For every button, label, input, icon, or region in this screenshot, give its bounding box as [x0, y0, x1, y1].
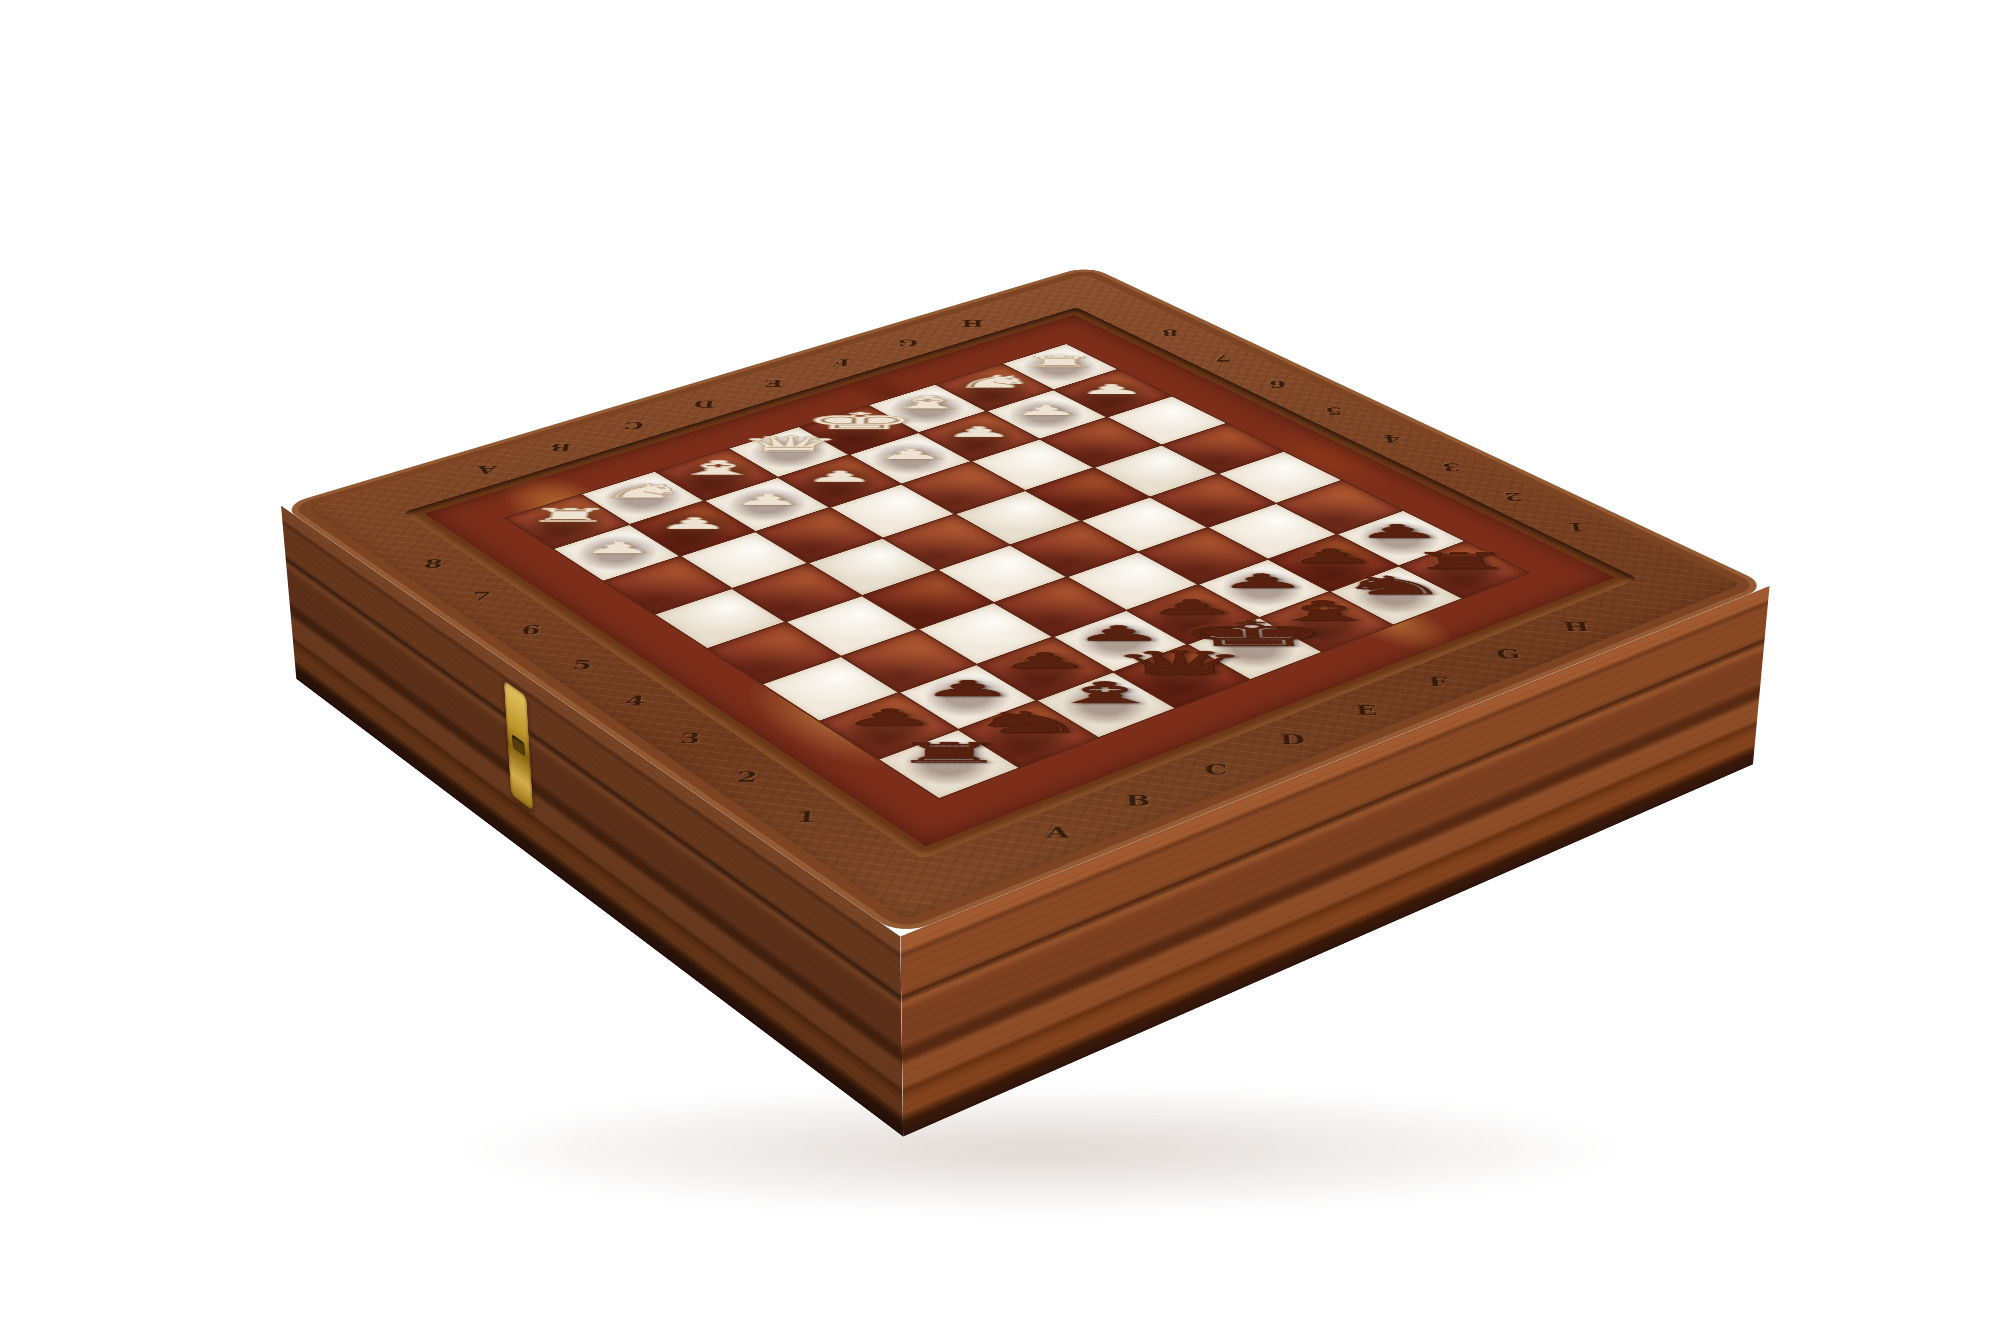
rank-label-8-far: 8 — [1161, 327, 1178, 337]
file-label-G-near: G — [1495, 646, 1522, 661]
file-label-D-near: D — [1279, 731, 1306, 747]
square-e3 — [1069, 553, 1197, 610]
square-b1 — [960, 701, 1097, 767]
file-label-B-far: B — [549, 441, 573, 453]
square-c1 — [1038, 673, 1174, 737]
file-label-D-far: D — [693, 398, 716, 409]
rank-label-6-near: 6 — [520, 623, 542, 637]
shadow-f1 — [1259, 592, 1391, 652]
rook-glyph: ♜ — [524, 506, 616, 524]
rank-label-3-near: 3 — [679, 730, 701, 746]
square-c2 — [978, 637, 1111, 699]
rank-label-4-far: 4 — [1381, 433, 1401, 445]
shadow-b2 — [900, 664, 1036, 728]
shadow-d2 — [1053, 610, 1186, 671]
shadow-d1 — [1113, 644, 1248, 707]
file-label-C-far: C — [623, 419, 645, 431]
shadow-a1 — [879, 729, 1019, 797]
rank-label-2-near: 2 — [736, 768, 758, 784]
photo-stage: 1122334455667788AABBCCDDEEFFGGHH ♜♞♝♛♚♝♞… — [0, 0, 2000, 1333]
file-label-F-far: F — [833, 357, 851, 368]
square-c3 — [920, 603, 1051, 663]
file-label-E-near: E — [1355, 702, 1379, 717]
file-label-G-far: G — [898, 337, 919, 348]
shadow-b1 — [959, 700, 1098, 767]
rank-label-2-far: 2 — [1502, 490, 1523, 503]
square-a6 — [604, 557, 731, 614]
square-d1 — [1114, 645, 1248, 708]
rank-label-5-far: 5 — [1324, 405, 1343, 416]
square-b3 — [843, 630, 975, 692]
knight-glyph: ♞ — [596, 481, 693, 500]
rank-label-8-near: 8 — [422, 557, 444, 570]
square-a3 — [764, 657, 898, 720]
square-d2 — [1054, 611, 1186, 671]
box-ground-shadow — [400, 1080, 1680, 1220]
file-label-E-far: E — [764, 377, 784, 388]
file-label-A-far: A — [476, 464, 499, 476]
chess-box: 1122334455667788AABBCCDDEEFFGGHH ♜♞♝♛♚♝♞… — [281, 266, 1770, 937]
bishop-glyph: ♝ — [669, 458, 768, 478]
rank-label-4-near: 4 — [624, 693, 646, 708]
king-glyph: ♚ — [800, 409, 919, 432]
square-a4 — [709, 622, 840, 683]
square-a2 — [820, 693, 956, 759]
rank-label-3-far: 3 — [1441, 461, 1461, 473]
square-d4 — [939, 546, 1066, 603]
rank-label-6-far: 6 — [1268, 378, 1286, 389]
file-label-F-near: F — [1427, 674, 1450, 689]
rank-label-7-far: 7 — [1214, 352, 1232, 363]
square-a1 — [879, 730, 1018, 798]
file-label-H-far: H — [962, 318, 984, 328]
rook-glyph: ♜ — [1019, 354, 1100, 370]
file-label-B-near: B — [1126, 792, 1152, 809]
brass-clasp — [504, 680, 533, 810]
shadow-f2 — [1198, 559, 1328, 617]
shadow-a2 — [820, 692, 958, 758]
queen-glyph: ♛ — [734, 433, 845, 455]
shadow-e1 — [1187, 618, 1321, 679]
file-label-A-near: A — [1047, 824, 1071, 841]
file-label-H-near: H — [1562, 620, 1592, 634]
square-a5 — [655, 589, 784, 648]
square-b5 — [733, 564, 861, 622]
square-f1 — [1261, 592, 1392, 651]
square-f2 — [1199, 560, 1328, 617]
rank-label-1-near: 1 — [795, 808, 817, 825]
brass-clasp-slot — [512, 734, 525, 757]
rank-label-5-near: 5 — [571, 657, 593, 672]
shadow-c2 — [977, 637, 1111, 700]
rank-label-1-far: 1 — [1565, 520, 1587, 533]
square-c5 — [810, 539, 936, 595]
square-d3 — [995, 578, 1124, 636]
pawn-glyph: ♟ — [1352, 522, 1445, 541]
square-e1 — [1189, 618, 1322, 679]
file-label-C-near: C — [1205, 761, 1230, 777]
square-b4 — [787, 596, 917, 656]
knight-glyph: ♞ — [950, 373, 1038, 390]
square-b2 — [900, 665, 1035, 729]
rank-label-7-near: 7 — [470, 589, 492, 603]
square-c4 — [864, 571, 992, 629]
shadow-c1 — [1037, 672, 1174, 737]
